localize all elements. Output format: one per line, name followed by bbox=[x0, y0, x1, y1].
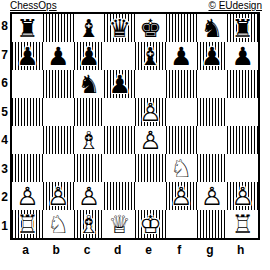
file-label-g: g bbox=[195, 243, 226, 257]
square-a6 bbox=[12, 70, 43, 98]
piece-black-king-e8: ♚♚ bbox=[135, 14, 166, 42]
piece-white-rook-h1: ♜♖ bbox=[227, 210, 258, 238]
rank-label-1: 1 bbox=[0, 219, 9, 233]
file-label-h: h bbox=[225, 243, 256, 257]
file-label-e: e bbox=[133, 243, 164, 257]
square-c5 bbox=[74, 98, 105, 126]
square-e4: ♟♙ bbox=[135, 126, 166, 154]
square-h5 bbox=[227, 98, 258, 126]
square-b5 bbox=[43, 98, 74, 126]
piece-white-bishop-c4: ♝♗ bbox=[74, 126, 105, 154]
square-a1: ♜♖ bbox=[12, 210, 43, 238]
square-a2: ♟♙ bbox=[12, 182, 43, 210]
square-f2: ♟♙ bbox=[166, 182, 197, 210]
piece-white-pawn-c2: ♟♙ bbox=[74, 182, 105, 210]
piece-white-pawn-a2: ♟♙ bbox=[12, 182, 43, 210]
rank-label-6: 6 bbox=[0, 76, 9, 90]
rank-label-3: 3 bbox=[0, 162, 9, 176]
piece-black-pawn-a7: ♟♟ bbox=[12, 42, 43, 70]
chessops-link[interactable]: ChessOps bbox=[10, 0, 57, 11]
file-label-c: c bbox=[72, 243, 103, 257]
square-b7: ♟♟ bbox=[43, 42, 74, 70]
square-b2: ♟♙ bbox=[43, 182, 74, 210]
chess-board: ♜♜♝♝♛♛♚♚♞♞♜♜♟♟♟♟♟♟♝♝♟♟♟♟♟♟♞♞♟♟♟♙♝♗♟♙♞♘♟♙… bbox=[10, 12, 260, 240]
square-c7: ♟♟ bbox=[74, 42, 105, 70]
square-e1: ♚♔ bbox=[135, 210, 166, 238]
square-g7: ♟♟ bbox=[197, 42, 228, 70]
piece-black-pawn-g7: ♟♟ bbox=[197, 42, 228, 70]
rank-label-8: 8 bbox=[0, 19, 9, 33]
rank-label-7: 7 bbox=[0, 48, 9, 62]
square-d5 bbox=[104, 98, 135, 126]
square-e6 bbox=[135, 70, 166, 98]
square-f6 bbox=[166, 70, 197, 98]
square-c3 bbox=[74, 154, 105, 182]
piece-black-knight-c6: ♞♞ bbox=[74, 70, 105, 98]
piece-black-pawn-d6: ♟♟ bbox=[104, 70, 135, 98]
square-g5 bbox=[197, 98, 228, 126]
square-d1: ♛♕ bbox=[104, 210, 135, 238]
square-e5: ♟♙ bbox=[135, 98, 166, 126]
eudesign-credit-link[interactable]: © EUdesign bbox=[208, 0, 262, 11]
square-g8: ♞♞ bbox=[197, 14, 228, 42]
piece-white-king-e1: ♚♔ bbox=[135, 210, 166, 238]
piece-white-knight-f3: ♞♘ bbox=[166, 154, 197, 182]
square-e3 bbox=[135, 154, 166, 182]
square-c2: ♟♙ bbox=[74, 182, 105, 210]
square-a3 bbox=[12, 154, 43, 182]
square-d2 bbox=[104, 182, 135, 210]
piece-black-pawn-f7: ♟♟ bbox=[166, 42, 197, 70]
piece-black-bishop-e7: ♝♝ bbox=[135, 42, 166, 70]
square-b8 bbox=[43, 14, 74, 42]
piece-white-pawn-h2: ♟♙ bbox=[227, 182, 258, 210]
square-b3 bbox=[43, 154, 74, 182]
square-h6 bbox=[227, 70, 258, 98]
piece-black-pawn-c7: ♟♟ bbox=[74, 42, 105, 70]
square-h7: ♟♟ bbox=[227, 42, 258, 70]
square-e2 bbox=[135, 182, 166, 210]
square-h8: ♜♜ bbox=[227, 14, 258, 42]
square-b4 bbox=[43, 126, 74, 154]
piece-black-pawn-b7: ♟♟ bbox=[43, 42, 74, 70]
square-g2: ♟♙ bbox=[197, 182, 228, 210]
file-label-f: f bbox=[164, 243, 195, 257]
piece-black-rook-a8: ♜♜ bbox=[12, 14, 43, 42]
piece-white-pawn-e4: ♟♙ bbox=[135, 126, 166, 154]
square-h1: ♜♖ bbox=[227, 210, 258, 238]
piece-black-queen-d8: ♛♛ bbox=[104, 14, 135, 42]
square-f4 bbox=[166, 126, 197, 154]
piece-white-pawn-g2: ♟♙ bbox=[197, 182, 228, 210]
square-e8: ♚♚ bbox=[135, 14, 166, 42]
piece-black-knight-g8: ♞♞ bbox=[197, 14, 228, 42]
piece-black-pawn-h7: ♟♟ bbox=[227, 42, 258, 70]
square-e7: ♝♝ bbox=[135, 42, 166, 70]
piece-white-pawn-f2: ♟♙ bbox=[166, 182, 197, 210]
rank-label-2: 2 bbox=[0, 190, 9, 204]
square-c4: ♝♗ bbox=[74, 126, 105, 154]
square-a4 bbox=[12, 126, 43, 154]
piece-white-bishop-c1: ♝♗ bbox=[74, 210, 105, 238]
square-f8 bbox=[166, 14, 197, 42]
square-a5 bbox=[12, 98, 43, 126]
square-d6: ♟♟ bbox=[104, 70, 135, 98]
piece-black-bishop-c8: ♝♝ bbox=[74, 14, 105, 42]
square-c1: ♝♗ bbox=[74, 210, 105, 238]
square-a7: ♟♟ bbox=[12, 42, 43, 70]
rank-label-5: 5 bbox=[0, 105, 9, 119]
square-f5 bbox=[166, 98, 197, 126]
file-label-d: d bbox=[102, 243, 133, 257]
rank-label-4: 4 bbox=[0, 133, 9, 147]
square-c6: ♞♞ bbox=[74, 70, 105, 98]
piece-white-pawn-b2: ♟♙ bbox=[43, 182, 74, 210]
square-h3 bbox=[227, 154, 258, 182]
square-b1: ♞♘ bbox=[43, 210, 74, 238]
square-d3 bbox=[104, 154, 135, 182]
square-h2: ♟♙ bbox=[227, 182, 258, 210]
square-d8: ♛♛ bbox=[104, 14, 135, 42]
square-f1 bbox=[166, 210, 197, 238]
square-g1 bbox=[197, 210, 228, 238]
square-f3: ♞♘ bbox=[166, 154, 197, 182]
piece-white-knight-b1: ♞♘ bbox=[43, 210, 74, 238]
square-g6 bbox=[197, 70, 228, 98]
square-d4 bbox=[104, 126, 135, 154]
piece-white-queen-d1: ♛♕ bbox=[104, 210, 135, 238]
square-g4 bbox=[197, 126, 228, 154]
square-c8: ♝♝ bbox=[74, 14, 105, 42]
square-f7: ♟♟ bbox=[166, 42, 197, 70]
piece-white-rook-a1: ♜♖ bbox=[12, 210, 43, 238]
square-a8: ♜♜ bbox=[12, 14, 43, 42]
square-b6 bbox=[43, 70, 74, 98]
file-label-a: a bbox=[10, 243, 41, 257]
square-d7 bbox=[104, 42, 135, 70]
piece-white-pawn-e5: ♟♙ bbox=[135, 98, 166, 126]
chessops-page: ChessOps © EUdesign ♜♜♝♝♛♛♚♚♞♞♜♜♟♟♟♟♟♟♝♝… bbox=[0, 0, 270, 270]
square-h4 bbox=[227, 126, 258, 154]
square-g3 bbox=[197, 154, 228, 182]
piece-black-rook-h8: ♜♜ bbox=[227, 14, 258, 42]
file-label-b: b bbox=[41, 243, 72, 257]
